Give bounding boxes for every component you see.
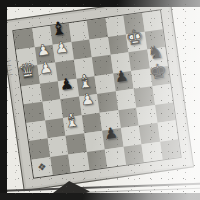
square-r7c5 (123, 144, 144, 165)
square-r7c7 (160, 139, 181, 160)
photo: ·|·|·|·|· · · · · · · · · ❖ ♝♟♟♚♛♟♞♟♝♟♚♟… (0, 0, 200, 200)
square-r7c1 (50, 154, 71, 175)
square-r7c6 (141, 141, 162, 162)
board-logo-icon: ❖ (31, 157, 52, 178)
photo-edge-bottom (0, 193, 200, 200)
photo-edge-top (0, 0, 200, 7)
chess-board: ·|·|·|·|· · · · · · · · · ❖ ♝♟♟♚♛♟♞♟♝♟♚♟… (0, 0, 194, 191)
board-grid: ❖ (12, 9, 181, 178)
square-r7c3 (86, 149, 107, 170)
photo-edge-left (0, 0, 7, 194)
